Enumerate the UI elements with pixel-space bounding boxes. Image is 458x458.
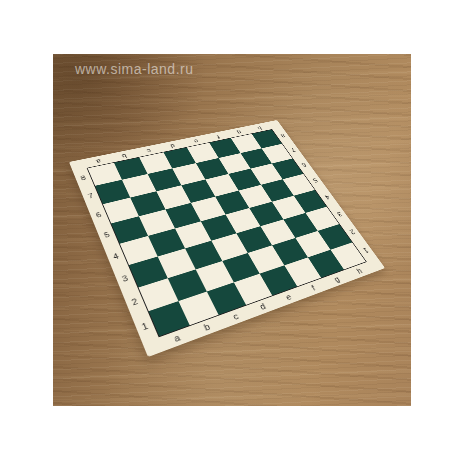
rank-label-left-1: 1 xyxy=(141,323,149,333)
file-label-top-a: a xyxy=(95,158,102,164)
file-label-bottom-c: c xyxy=(232,312,240,321)
file-label-top-f: f xyxy=(216,134,221,139)
file-label-top-b: b xyxy=(121,153,128,159)
file-label-top-h: h xyxy=(256,125,262,130)
rank-label-left-3: 3 xyxy=(121,275,129,283)
rank-label-right-2: 2 xyxy=(348,228,355,235)
file-label-top-d: d xyxy=(169,143,176,148)
file-label-top-e: e xyxy=(192,138,198,143)
file-label-bottom-e: e xyxy=(285,293,293,301)
file-label-bottom-d: d xyxy=(259,302,267,311)
rank-label-right-4: 4 xyxy=(323,194,330,200)
rank-label-left-7: 7 xyxy=(87,193,94,200)
file-label-bottom-h: h xyxy=(356,267,364,274)
file-label-top-g: g xyxy=(236,129,242,134)
file-label-top-c: c xyxy=(146,148,152,154)
file-label-bottom-b: b xyxy=(203,323,212,332)
rank-label-left-5: 5 xyxy=(103,232,110,239)
rank-label-left-6: 6 xyxy=(95,212,102,219)
file-label-bottom-f: f xyxy=(310,284,316,291)
rank-label-right-3: 3 xyxy=(335,211,342,217)
file-label-bottom-a: a xyxy=(173,333,182,343)
file-label-bottom-g: g xyxy=(333,276,341,284)
rank-label-left-4: 4 xyxy=(112,253,120,261)
watermark-text: www.sima-land.ru xyxy=(75,61,193,77)
rank-label-left-2: 2 xyxy=(131,298,139,307)
rank-label-right-8: 8 xyxy=(279,133,285,138)
product-photo: www.sima-land.ru aa88bb77cc66dd55ee44ff3… xyxy=(0,0,458,458)
rank-label-right-5: 5 xyxy=(311,177,318,183)
rank-label-right-1: 1 xyxy=(361,247,369,254)
rank-label-right-7: 7 xyxy=(289,147,296,152)
rank-label-right-6: 6 xyxy=(300,162,307,167)
rank-label-left-8: 8 xyxy=(80,175,87,181)
